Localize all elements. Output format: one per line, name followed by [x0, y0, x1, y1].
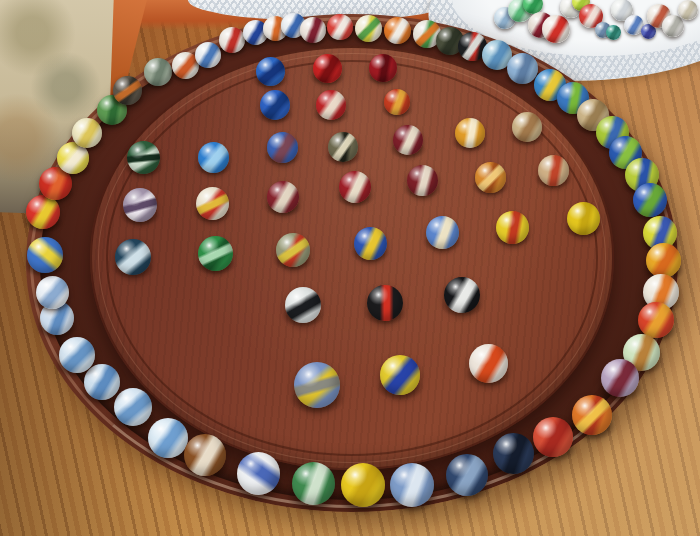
rim-marble[interactable]: [341, 463, 385, 507]
rim-marble[interactable]: [446, 454, 488, 496]
rim-marble[interactable]: [59, 337, 95, 373]
playfield-marble-r3c6[interactable]: [455, 118, 485, 148]
playfield-marble-r7c5[interactable]: [469, 344, 508, 383]
playfield-marble-r4c3[interactable]: [267, 181, 299, 213]
playfield-marble-r2c4[interactable]: [316, 90, 346, 120]
rim-marble[interactable]: [533, 417, 573, 457]
rim-marble[interactable]: [27, 237, 63, 273]
playfield-marble-r7c3[interactable]: [294, 362, 340, 408]
rim-marble[interactable]: [113, 76, 142, 105]
scene: [0, 0, 700, 536]
playfield-marble-r5c5[interactable]: [426, 216, 459, 249]
playfield-marble-r3c4[interactable]: [328, 132, 358, 162]
playfield-marble-r5c4[interactable]: [354, 227, 387, 260]
playfield-marble-r4c4[interactable]: [339, 171, 371, 203]
playfield-marble-r3c2[interactable]: [198, 142, 229, 173]
playfield-marble-r4c2[interactable]: [196, 187, 229, 220]
rim-marble[interactable]: [36, 276, 69, 309]
playfield-marble-r5c6[interactable]: [496, 211, 529, 244]
rim-marble[interactable]: [184, 434, 226, 476]
plate-marble[interactable]: [542, 15, 570, 43]
playfield-marble-r3c5[interactable]: [393, 125, 423, 155]
rim-marble[interactable]: [601, 359, 639, 397]
rim-marble[interactable]: [292, 462, 335, 505]
rim-marble[interactable]: [493, 433, 534, 474]
plate-marble[interactable]: [662, 15, 684, 37]
playfield-marble-r4c1[interactable]: [123, 188, 157, 222]
plate-marble[interactable]: [678, 0, 698, 20]
rim-marble[interactable]: [237, 452, 280, 495]
playfield-marble-r2c3[interactable]: [260, 90, 290, 120]
rim-marble[interactable]: [638, 302, 674, 338]
playfield-marble-r6c3[interactable]: [285, 287, 321, 323]
playfield-marble-r1c5[interactable]: [369, 54, 397, 82]
rim-marble[interactable]: [646, 243, 681, 278]
rim-marble[interactable]: [390, 463, 434, 507]
playfield-marble-r3c1[interactable]: [127, 141, 160, 174]
rim-marble[interactable]: [633, 183, 667, 217]
playfield-marble-r6c5[interactable]: [444, 277, 480, 313]
plate-marble[interactable]: [606, 25, 621, 40]
playfield-marble-r4c6[interactable]: [475, 162, 506, 193]
playfield-marble-r3c7[interactable]: [512, 112, 542, 142]
playfield-marble-r6c4[interactable]: [367, 285, 403, 321]
playfield-marble-r3c3[interactable]: [267, 132, 298, 163]
rim-marble[interactable]: [384, 17, 411, 44]
playfield-marble-r4c5[interactable]: [407, 165, 438, 196]
rim-marble[interactable]: [572, 395, 612, 435]
playfield-marble-r5c7[interactable]: [567, 202, 600, 235]
rim-marble[interactable]: [507, 53, 538, 84]
playfield-marble-r5c2[interactable]: [198, 236, 233, 271]
playfield-marble-r1c4[interactable]: [313, 54, 342, 83]
playfield-marble-r1c3[interactable]: [256, 57, 285, 86]
rim-marble[interactable]: [327, 14, 353, 40]
rim-marble[interactable]: [300, 17, 326, 43]
playfield-marble-r7c4[interactable]: [380, 355, 420, 395]
rim-marble[interactable]: [355, 15, 382, 42]
playfield-marble-r5c3[interactable]: [276, 233, 310, 267]
playfield-marble-r4c7[interactable]: [538, 155, 569, 186]
playfield-marble-r2c5[interactable]: [384, 89, 410, 115]
playfield-marble-r5c1[interactable]: [115, 239, 151, 275]
